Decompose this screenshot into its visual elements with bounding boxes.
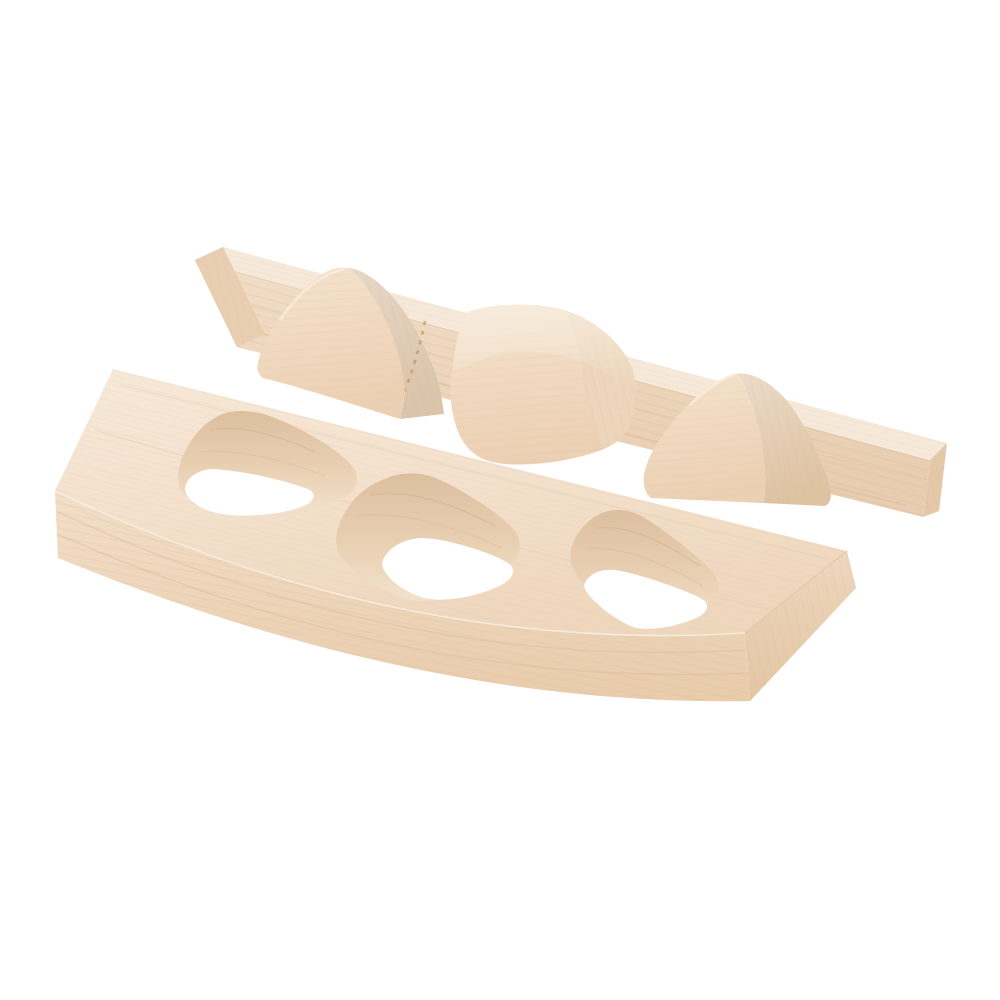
photo-canvas: Wooden onigiri rice-ball mold set on whi… [0,0,1000,1000]
product-photo: Wooden onigiri rice-ball mold set on whi… [0,0,1000,1000]
